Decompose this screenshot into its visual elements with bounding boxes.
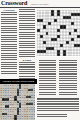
clue-column-3	[39, 60, 56, 96]
previous-answer-grid: ANSWERTOPREVIOUSPUZZLEAREASTONESLATERANS…	[0, 84, 36, 119]
grid-cell: E	[33, 117, 35, 119]
clue-column-2-lower	[19, 62, 35, 79]
clue-column-1	[1, 12, 17, 74]
clue-column-2-upper	[19, 9, 35, 57]
page-title: Crossword	[1, 0, 27, 6]
clue-column-4	[59, 60, 77, 96]
grid-cell[interactable]	[77, 53, 80, 56]
footer-fine-print	[37, 99, 79, 112]
newspaper-crossword-page: Crossword Edited by Will Shortz ACROSS D…	[0, 0, 80, 120]
answer-banner: ANSWER TO PREVIOUS PUZZLE	[0, 79, 37, 84]
footer-last-line	[37, 114, 67, 118]
edited-by-line: Edited by Will Shortz	[31, 3, 48, 5]
crossword-grid[interactable]	[37, 10, 80, 57]
